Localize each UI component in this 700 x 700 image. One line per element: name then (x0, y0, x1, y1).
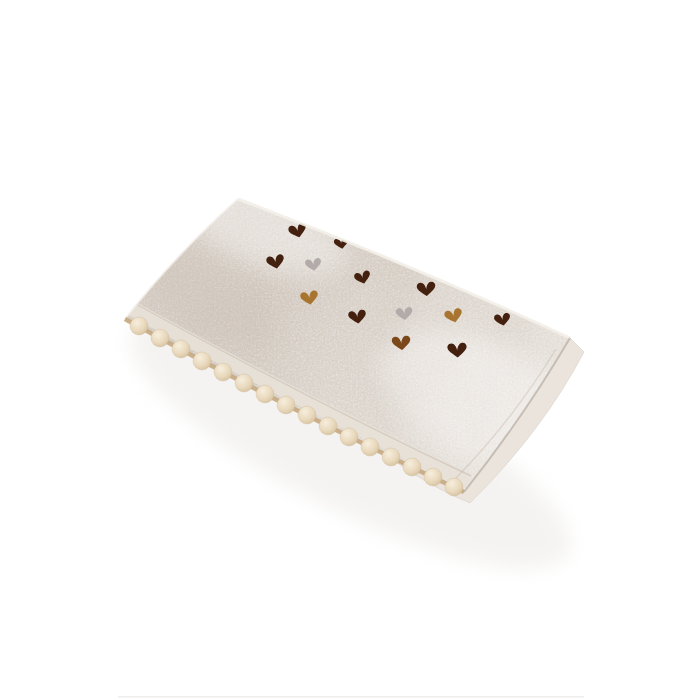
pompom (256, 385, 274, 403)
bottom-divider-line (118, 696, 584, 698)
pompom (277, 396, 295, 414)
pompom (298, 406, 316, 424)
pompom (151, 329, 169, 347)
pompom (382, 448, 400, 466)
pompom (340, 428, 358, 446)
pompom (214, 363, 232, 381)
product-photo (0, 0, 700, 700)
pompom (319, 417, 337, 435)
pompom (445, 478, 463, 496)
pompom (424, 468, 442, 486)
pompom (172, 340, 190, 358)
pompom (361, 438, 379, 456)
pompom (235, 374, 253, 392)
product-image (0, 0, 700, 700)
pompom (193, 352, 211, 370)
pompom (130, 317, 148, 335)
pompom (403, 458, 421, 476)
